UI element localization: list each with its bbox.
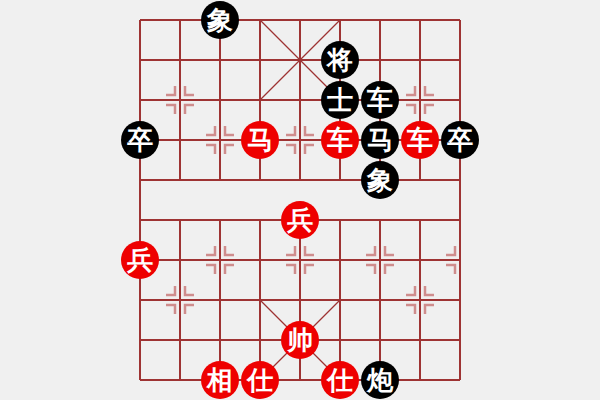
piece-red-soldier[interactable]: 兵	[281, 201, 319, 239]
piece-black-elephant[interactable]: 象	[361, 161, 399, 199]
piece-red-elephant[interactable]: 相	[201, 361, 239, 399]
piece-red-horse[interactable]: 马	[241, 121, 279, 159]
piece-red-soldier[interactable]: 兵	[121, 241, 159, 279]
piece-black-soldier[interactable]: 卒	[441, 121, 479, 159]
piece-black-horse[interactable]: 马	[361, 121, 399, 159]
piece-black-chariot[interactable]: 车	[361, 81, 399, 119]
piece-black-general[interactable]: 将	[321, 41, 359, 79]
piece-black-cannon[interactable]: 炮	[361, 361, 399, 399]
piece-black-elephant[interactable]: 象	[201, 1, 239, 39]
piece-red-advisor[interactable]: 仕	[241, 361, 279, 399]
xiangqi-app-canvas: 象将士车卒马车马车卒象兵兵帅相仕仕炮	[0, 0, 600, 400]
piece-red-general[interactable]: 帅	[281, 321, 319, 359]
piece-red-chariot[interactable]: 车	[401, 121, 439, 159]
piece-red-advisor[interactable]: 仕	[321, 361, 359, 399]
piece-red-chariot[interactable]: 车	[321, 121, 359, 159]
piece-black-advisor[interactable]: 士	[321, 81, 359, 119]
piece-black-soldier[interactable]: 卒	[121, 121, 159, 159]
